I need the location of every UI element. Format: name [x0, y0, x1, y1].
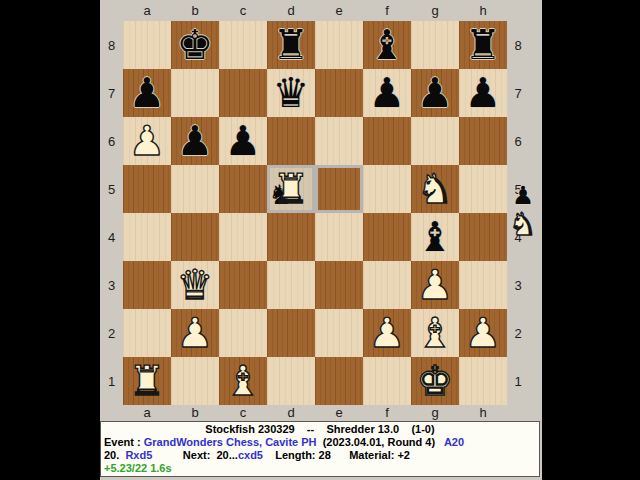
square-c2[interactable]: [219, 309, 267, 357]
square-a4[interactable]: [123, 213, 171, 261]
square-e3[interactable]: [315, 261, 363, 309]
square-b7[interactable]: [171, 69, 219, 117]
white-knight-g5[interactable]: ♞: [411, 165, 459, 213]
black-pawn-f7[interactable]: ♟: [363, 69, 411, 117]
square-a2[interactable]: [123, 309, 171, 357]
file-labels-bottom: abcdefgh: [123, 404, 507, 421]
square-d1[interactable]: [267, 357, 315, 405]
panel-text: Next: 20...: [152, 449, 238, 461]
game-info-panel: Stockfish 230329 -- Shredder 13.0 (1-0)E…: [100, 421, 540, 477]
file-label-h: h: [459, 0, 507, 21]
panel-text: Stockfish 230329 -- Shredder 13.0 (1-0): [205, 423, 434, 435]
file-label-e: e: [315, 0, 363, 21]
square-a3[interactable]: [123, 261, 171, 309]
rank-label-3: 3: [507, 261, 529, 309]
panel-link[interactable]: A20: [444, 436, 464, 448]
file-label-a: a: [123, 0, 171, 21]
square-e1[interactable]: [315, 357, 363, 405]
white-bishop-c1[interactable]: ♝: [219, 357, 267, 405]
file-labels-top: abcdefgh: [123, 0, 507, 21]
black-pawn-c6[interactable]: ♟: [219, 117, 267, 165]
chess-board[interactable]: ♞♚♜♝♜♟♛♟♟♟♟♟♟♜♞♝♛♟♟♟♝♟♜♝♚: [123, 21, 507, 405]
square-c4[interactable]: [219, 213, 267, 261]
file-label-h: h: [459, 404, 507, 421]
square-d2[interactable]: [267, 309, 315, 357]
square-f3[interactable]: [363, 261, 411, 309]
video-frame: abcdefgh abcdefgh 87654321 87654321 ♞♚♜♝…: [0, 0, 640, 480]
square-e5[interactable]: [315, 165, 363, 213]
panel-line-2: Event : GrandWonders Chess, Cavite PH (2…: [104, 436, 536, 449]
square-f4[interactable]: [363, 213, 411, 261]
rank-label-6: 6: [100, 117, 123, 165]
square-e7[interactable]: [315, 69, 363, 117]
file-label-f: f: [363, 404, 411, 421]
square-h5[interactable]: [459, 165, 507, 213]
panel-link[interactable]: cxd5: [238, 449, 263, 461]
white-knight-tray-icon: ♞: [506, 209, 540, 240]
black-pawn-g7[interactable]: ♟: [411, 69, 459, 117]
rank-labels-left: 87654321: [100, 21, 123, 405]
square-d4[interactable]: [267, 213, 315, 261]
white-pawn-b2[interactable]: ♟: [171, 309, 219, 357]
black-pawn-a7[interactable]: ♟: [123, 69, 171, 117]
chess-gui-area: abcdefgh abcdefgh 87654321 87654321 ♞♚♜♝…: [100, 0, 542, 480]
panel-link[interactable]: Rxd5: [125, 449, 152, 461]
square-a5[interactable]: [123, 165, 171, 213]
file-label-d: d: [267, 404, 315, 421]
file-label-b: b: [171, 404, 219, 421]
black-king-b8[interactable]: ♚: [171, 21, 219, 69]
black-bishop-f8[interactable]: ♝: [363, 21, 411, 69]
black-rook-h8[interactable]: ♜: [459, 21, 507, 69]
square-f6[interactable]: [363, 117, 411, 165]
rank-label-4: 4: [100, 213, 123, 261]
file-label-e: e: [315, 404, 363, 421]
panel-line-1: Stockfish 230329 -- Shredder 13.0 (1-0): [104, 423, 536, 436]
panel-text: 20.: [104, 449, 125, 461]
engine-eval: +5.23/22 1.6s: [104, 462, 172, 474]
square-b1[interactable]: [171, 357, 219, 405]
white-pawn-g3[interactable]: ♟: [411, 261, 459, 309]
square-h4[interactable]: [459, 213, 507, 261]
black-pawn-b6[interactable]: ♟: [171, 117, 219, 165]
square-d6[interactable]: [267, 117, 315, 165]
rank-label-7: 7: [100, 69, 123, 117]
rank-label-2: 2: [507, 309, 529, 357]
white-pawn-a6[interactable]: ♟: [123, 117, 171, 165]
rank-label-7: 7: [507, 69, 529, 117]
square-c5[interactable]: [219, 165, 267, 213]
panel-text: Length: 28 Material: +2: [263, 449, 410, 461]
rank-label-8: 8: [100, 21, 123, 69]
square-a8[interactable]: [123, 21, 171, 69]
white-pawn-f2[interactable]: ♟: [363, 309, 411, 357]
white-queen-b3[interactable]: ♛: [171, 261, 219, 309]
square-h6[interactable]: [459, 117, 507, 165]
white-rook-a1[interactable]: ♜: [123, 357, 171, 405]
white-bishop-g2[interactable]: ♝: [411, 309, 459, 357]
square-g8[interactable]: [411, 21, 459, 69]
square-b5[interactable]: [171, 165, 219, 213]
rank-label-2: 2: [100, 309, 123, 357]
square-c7[interactable]: [219, 69, 267, 117]
white-rook-d5[interactable]: ♜: [267, 165, 315, 213]
panel-link[interactable]: GrandWonders Chess, Cavite PH: [144, 436, 317, 448]
rank-label-6: 6: [507, 117, 529, 165]
panel-text: Event :: [104, 436, 144, 448]
panel-line-4: +5.23/22 1.6s: [104, 462, 536, 475]
square-d3[interactable]: [267, 261, 315, 309]
panel-line-3: 20. Rxd5 Next: 20...cxd5 Length: 28 Mate…: [104, 449, 536, 462]
file-label-g: g: [411, 0, 459, 21]
black-queen-d7[interactable]: ♛: [267, 69, 315, 117]
square-f5[interactable]: [363, 165, 411, 213]
black-pawn-h7[interactable]: ♟: [459, 69, 507, 117]
square-c8[interactable]: [219, 21, 267, 69]
black-rook-d8[interactable]: ♜: [267, 21, 315, 69]
square-e4[interactable]: [315, 213, 363, 261]
square-c3[interactable]: [219, 261, 267, 309]
file-label-d: d: [267, 0, 315, 21]
rank-label-3: 3: [100, 261, 123, 309]
file-label-g: g: [411, 404, 459, 421]
black-pawn-tray-icon: ♟: [506, 183, 540, 208]
square-b4[interactable]: [171, 213, 219, 261]
file-label-c: c: [219, 404, 267, 421]
file-label-a: a: [123, 404, 171, 421]
square-h3[interactable]: [459, 261, 507, 309]
file-label-b: b: [171, 0, 219, 21]
black-bishop-g4[interactable]: ♝: [411, 213, 459, 261]
white-pawn-h2[interactable]: ♟: [459, 309, 507, 357]
rank-label-1: 1: [100, 357, 123, 405]
square-e2[interactable]: [315, 309, 363, 357]
file-label-c: c: [219, 0, 267, 21]
square-h1[interactable]: [459, 357, 507, 405]
square-e6[interactable]: [315, 117, 363, 165]
rank-label-1: 1: [507, 357, 529, 405]
square-g6[interactable]: [411, 117, 459, 165]
panel-text: (2023.04.01, Round 4): [317, 436, 444, 448]
file-label-f: f: [363, 0, 411, 21]
square-f1[interactable]: [363, 357, 411, 405]
square-e8[interactable]: [315, 21, 363, 69]
rank-label-5: 5: [100, 165, 123, 213]
rank-label-8: 8: [507, 21, 529, 69]
white-king-g1[interactable]: ♚: [411, 357, 459, 405]
